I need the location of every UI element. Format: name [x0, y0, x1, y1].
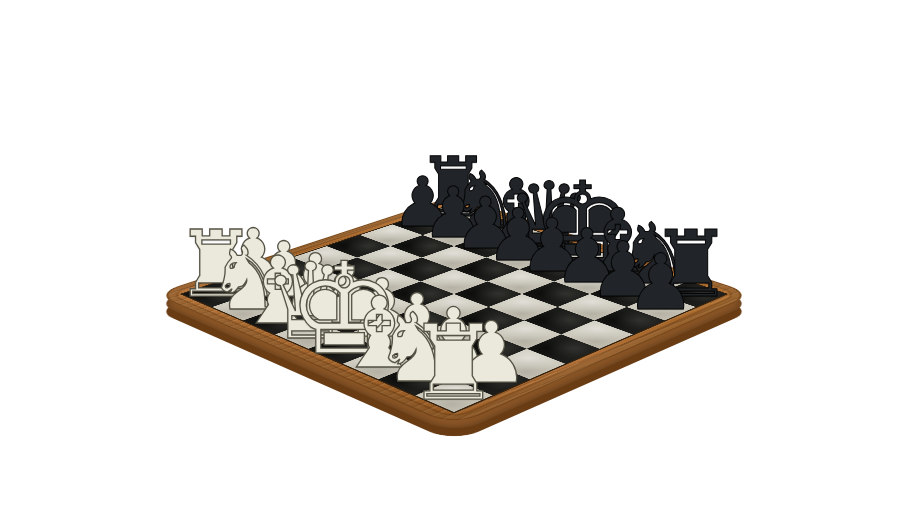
- chess-scene: ♜♞♝♛♚♝♞♜♟♟♟♟♟♟♟♟♟♟♟♟♟♟♟♟♜♞♝♛♚♝♞♜: [0, 0, 910, 512]
- piece-black-pawn-h7[interactable]: ♟: [661, 307, 730, 384]
- black-pawn-glyph: ♟: [626, 244, 695, 321]
- white-rook-glyph: ♜: [407, 311, 501, 415]
- piece-white-rook-h1[interactable]: ♜: [454, 395, 548, 499]
- pieces-layer: ♜♞♝♛♚♝♞♜♟♟♟♟♟♟♟♟♟♟♟♟♟♟♟♟♜♞♝♛♚♝♞♜: [0, 0, 910, 512]
